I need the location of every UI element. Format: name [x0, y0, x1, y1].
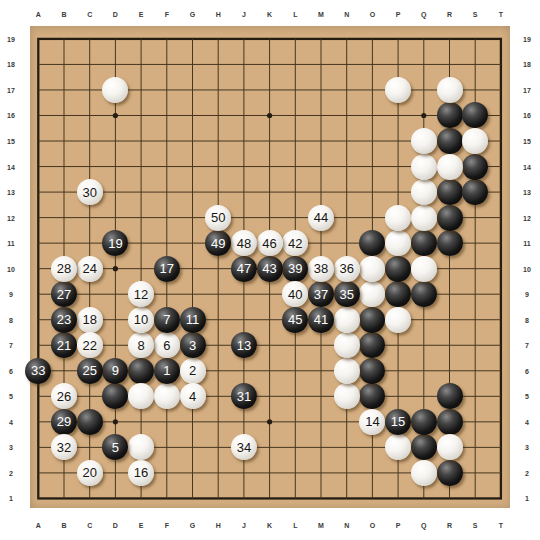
- column-label-bottom-D: D: [113, 522, 118, 529]
- go-stone-black-Q9: [411, 281, 437, 307]
- row-label-left-17: 17: [7, 86, 15, 93]
- move-35-stone-black-N9: 35: [334, 281, 360, 307]
- move-number: 7: [163, 313, 170, 326]
- column-label-top-B: B: [61, 11, 66, 18]
- go-stone-black-Q11: [411, 230, 437, 256]
- move-number: 5: [112, 441, 119, 454]
- move-9-stone-black-D6: 9: [102, 358, 128, 384]
- move-number: 14: [365, 415, 379, 428]
- move-22-stone-white-C7: 22: [77, 332, 103, 358]
- row-label-right-19: 19: [523, 35, 531, 42]
- move-number: 31: [237, 390, 251, 403]
- column-label-bottom-A: A: [36, 522, 41, 529]
- move-27-stone-black-B9: 27: [51, 281, 77, 307]
- move-number: 28: [57, 262, 71, 275]
- move-number: 21: [57, 339, 71, 352]
- move-number: 46: [262, 237, 276, 250]
- column-label-top-T: T: [499, 11, 503, 18]
- move-number: 39: [288, 262, 302, 275]
- column-label-top-D: D: [113, 11, 118, 18]
- move-17-stone-black-F10: 17: [154, 256, 180, 282]
- move-number: 19: [108, 237, 122, 250]
- move-23-stone-black-B8: 23: [51, 307, 77, 333]
- move-number: 38: [314, 262, 328, 275]
- column-label-bottom-B: B: [61, 522, 66, 529]
- move-38-stone-white-M10: 38: [308, 256, 334, 282]
- move-number: 44: [314, 211, 328, 224]
- column-label-top-E: E: [139, 11, 144, 18]
- column-label-bottom-Q: Q: [421, 522, 426, 529]
- row-label-right-6: 6: [525, 367, 529, 374]
- column-label-top-R: R: [447, 11, 452, 18]
- row-label-left-5: 5: [9, 393, 13, 400]
- move-28-stone-white-B10: 28: [51, 256, 77, 282]
- column-label-bottom-F: F: [165, 522, 169, 529]
- move-36-stone-white-N10: 36: [334, 256, 360, 282]
- column-label-top-G: G: [190, 11, 195, 18]
- move-number: 23: [57, 313, 71, 326]
- move-number: 40: [288, 288, 302, 301]
- move-43-stone-black-K10: 43: [257, 256, 283, 282]
- column-label-bottom-R: R: [447, 522, 452, 529]
- go-stone-black-R2: [437, 460, 463, 486]
- go-stone-black-O8: [359, 307, 385, 333]
- move-10-stone-white-E8: 10: [128, 307, 154, 333]
- star-point: [113, 266, 118, 271]
- move-45-stone-black-L8: 45: [282, 307, 308, 333]
- row-label-right-4: 4: [525, 418, 529, 425]
- move-37-stone-black-M9: 37: [308, 281, 334, 307]
- column-label-bottom-J: J: [242, 522, 246, 529]
- go-stone-white-F5: [154, 383, 180, 409]
- move-number: 36: [339, 262, 353, 275]
- column-label-bottom-L: L: [293, 522, 297, 529]
- go-stone-white-R3: [437, 434, 463, 460]
- move-number: 37: [314, 288, 328, 301]
- move-number: 50: [211, 211, 225, 224]
- row-label-left-10: 10: [7, 265, 15, 272]
- column-label-top-M: M: [318, 11, 324, 18]
- go-stone-black-O6: [359, 358, 385, 384]
- move-number: 25: [82, 364, 96, 377]
- move-number: 32: [57, 441, 71, 454]
- go-stone-white-Q2: [411, 460, 437, 486]
- move-47-stone-black-J10: 47: [231, 256, 257, 282]
- go-stone-black-C4: [77, 409, 103, 435]
- go-stone-white-N7: [334, 332, 360, 358]
- row-label-right-13: 13: [523, 189, 531, 196]
- move-number: 12: [134, 288, 148, 301]
- move-number: 11: [186, 313, 200, 326]
- row-label-right-2: 2: [525, 469, 529, 476]
- row-label-left-2: 2: [9, 469, 13, 476]
- go-stone-black-R15: [437, 128, 463, 154]
- row-label-left-12: 12: [7, 214, 15, 221]
- row-label-left-8: 8: [9, 316, 13, 323]
- move-50-stone-white-H12: 50: [205, 205, 231, 231]
- column-label-bottom-C: C: [87, 522, 92, 529]
- move-1-stone-black-F6: 1: [154, 358, 180, 384]
- go-stone-white-R17: [437, 77, 463, 103]
- move-number: 20: [82, 466, 96, 479]
- move-20-stone-white-C2: 20: [77, 460, 103, 486]
- move-number: 34: [237, 441, 251, 454]
- row-label-right-14: 14: [523, 163, 531, 170]
- column-label-bottom-N: N: [344, 522, 349, 529]
- row-label-left-14: 14: [7, 163, 15, 170]
- move-29-stone-black-B4: 29: [51, 409, 77, 435]
- row-label-right-9: 9: [525, 291, 529, 298]
- move-13-stone-black-J7: 13: [231, 332, 257, 358]
- column-label-bottom-K: K: [267, 522, 272, 529]
- column-label-bottom-S: S: [473, 522, 478, 529]
- move-number: 8: [137, 339, 144, 352]
- column-label-bottom-E: E: [139, 522, 144, 529]
- move-number: 3: [189, 339, 196, 352]
- move-number: 4: [189, 390, 196, 403]
- go-stone-black-R16: [437, 102, 463, 128]
- star-point: [267, 113, 272, 118]
- row-label-right-7: 7: [525, 342, 529, 349]
- column-label-bottom-O: O: [370, 522, 375, 529]
- star-point: [421, 113, 426, 118]
- row-label-left-15: 15: [7, 138, 15, 145]
- column-label-top-K: K: [267, 11, 272, 18]
- row-label-left-9: 9: [9, 291, 13, 298]
- go-stone-white-Q13: [411, 179, 437, 205]
- move-6-stone-white-F7: 6: [154, 332, 180, 358]
- move-number: 48: [237, 237, 251, 250]
- column-label-bottom-G: G: [190, 522, 195, 529]
- go-stone-white-O10: [359, 256, 385, 282]
- go-stone-white-R14: [437, 154, 463, 180]
- move-number: 1: [163, 364, 170, 377]
- row-label-left-7: 7: [9, 342, 13, 349]
- move-number: 41: [314, 313, 328, 326]
- row-label-left-4: 4: [9, 418, 13, 425]
- move-46-stone-white-K11: 46: [257, 230, 283, 256]
- go-stone-black-P10: [385, 256, 411, 282]
- star-point: [113, 419, 118, 424]
- move-16-stone-white-E2: 16: [128, 460, 154, 486]
- move-number: 15: [391, 415, 405, 428]
- column-label-top-J: J: [242, 11, 246, 18]
- column-label-bottom-P: P: [396, 522, 401, 529]
- move-44-stone-white-M12: 44: [308, 205, 334, 231]
- star-point: [113, 113, 118, 118]
- column-label-top-S: S: [473, 11, 478, 18]
- go-board: 1234567891011121314151617181920212223242…: [30, 26, 510, 508]
- row-label-right-5: 5: [525, 393, 529, 400]
- move-15-stone-black-P4: 15: [385, 409, 411, 435]
- move-number: 16: [134, 466, 148, 479]
- move-number: 29: [57, 415, 71, 428]
- move-number: 13: [237, 339, 251, 352]
- row-label-left-19: 19: [7, 35, 15, 42]
- go-stone-white-Q12: [411, 205, 437, 231]
- go-stone-black-R13: [437, 179, 463, 205]
- go-stone-white-P8: [385, 307, 411, 333]
- move-3-stone-black-G7: 3: [180, 332, 206, 358]
- move-number: 30: [82, 186, 96, 199]
- move-number: 45: [288, 313, 302, 326]
- row-label-right-17: 17: [523, 86, 531, 93]
- move-number: 43: [262, 262, 276, 275]
- move-number: 35: [339, 288, 353, 301]
- go-diagram-page: { "game": "go", "title": "Go kifu diagra…: [0, 0, 540, 540]
- move-41-stone-black-M8: 41: [308, 307, 334, 333]
- move-number: 27: [57, 288, 71, 301]
- go-stone-black-R11: [437, 230, 463, 256]
- move-30-stone-white-C13: 30: [77, 179, 103, 205]
- row-label-left-13: 13: [7, 189, 15, 196]
- row-label-right-8: 8: [525, 316, 529, 323]
- go-stone-black-R5: [437, 383, 463, 409]
- row-label-right-3: 3: [525, 444, 529, 451]
- move-number: 47: [237, 262, 251, 275]
- row-label-right-11: 11: [523, 240, 530, 247]
- go-stone-black-R12: [437, 205, 463, 231]
- row-label-right-12: 12: [523, 214, 531, 221]
- row-label-right-10: 10: [523, 265, 531, 272]
- move-24-stone-white-C10: 24: [77, 256, 103, 282]
- go-stone-black-Q4: [411, 409, 437, 435]
- go-stone-white-N6: [334, 358, 360, 384]
- column-label-bottom-T: T: [499, 522, 503, 529]
- move-4-stone-white-G5: 4: [180, 383, 206, 409]
- move-number: 49: [211, 237, 225, 250]
- column-label-top-A: A: [36, 11, 41, 18]
- row-label-right-1: 1: [525, 495, 529, 502]
- go-stone-white-P17: [385, 77, 411, 103]
- move-39-stone-black-L10: 39: [282, 256, 308, 282]
- move-number: 18: [82, 313, 96, 326]
- column-label-top-H: H: [216, 11, 221, 18]
- move-25-stone-black-C6: 25: [77, 358, 103, 384]
- move-number: 33: [31, 364, 45, 377]
- move-number: 9: [112, 364, 119, 377]
- move-number: 26: [57, 390, 71, 403]
- column-label-top-P: P: [396, 11, 401, 18]
- go-stone-black-S14: [462, 154, 488, 180]
- column-label-top-F: F: [165, 11, 169, 18]
- move-number: 2: [189, 364, 196, 377]
- column-label-top-Q: Q: [421, 11, 426, 18]
- column-label-top-N: N: [344, 11, 349, 18]
- move-number: 6: [163, 339, 170, 352]
- move-number: 22: [82, 339, 96, 352]
- move-48-stone-white-J11: 48: [231, 230, 257, 256]
- go-stone-white-N8: [334, 307, 360, 333]
- move-number: 10: [134, 313, 148, 326]
- column-label-bottom-H: H: [216, 522, 221, 529]
- row-label-left-3: 3: [9, 444, 13, 451]
- row-label-left-18: 18: [7, 61, 15, 68]
- move-11-stone-black-G8: 11: [180, 307, 206, 333]
- move-number: 42: [288, 237, 302, 250]
- go-stone-white-Q14: [411, 154, 437, 180]
- row-label-right-16: 16: [523, 112, 531, 119]
- column-label-top-O: O: [370, 11, 375, 18]
- move-2-stone-white-G6: 2: [180, 358, 206, 384]
- go-stone-white-Q15: [411, 128, 437, 154]
- row-label-right-15: 15: [523, 138, 531, 145]
- move-18-stone-white-C8: 18: [77, 307, 103, 333]
- go-stone-white-P12: [385, 205, 411, 231]
- go-stone-black-Q3: [411, 434, 437, 460]
- move-number: 17: [160, 262, 174, 275]
- go-stone-black-R4: [437, 409, 463, 435]
- row-label-left-16: 16: [7, 112, 15, 119]
- go-stone-black-E6: [128, 358, 154, 384]
- move-33-stone-black-A6: 33: [25, 358, 51, 384]
- move-number: 24: [82, 262, 96, 275]
- row-label-left-11: 11: [7, 240, 14, 247]
- row-label-left-6: 6: [9, 367, 13, 374]
- row-label-left-1: 1: [9, 495, 13, 502]
- column-label-top-C: C: [87, 11, 92, 18]
- row-label-right-18: 18: [523, 61, 531, 68]
- go-stone-white-N5: [334, 383, 360, 409]
- column-label-bottom-M: M: [318, 522, 324, 529]
- column-label-top-L: L: [293, 11, 297, 18]
- star-point: [267, 419, 272, 424]
- move-7-stone-black-F8: 7: [154, 307, 180, 333]
- go-stone-white-Q10: [411, 256, 437, 282]
